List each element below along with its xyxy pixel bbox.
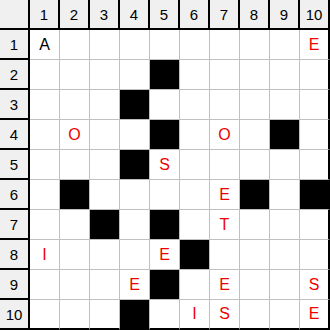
cell-r9-c7[interactable]: E xyxy=(210,270,240,300)
cell-r1-c5[interactable] xyxy=(150,30,180,60)
col-header-10: 10 xyxy=(300,0,330,30)
cell-r10-c7[interactable]: S xyxy=(210,300,240,330)
cell-r9-c8[interactable] xyxy=(240,270,270,300)
cell-r3-c3[interactable] xyxy=(90,90,120,120)
cell-r1-c2[interactable] xyxy=(60,30,90,60)
cell-r9-c6[interactable] xyxy=(180,270,210,300)
cell-r3-c2[interactable] xyxy=(60,90,90,120)
cell-r4-c3[interactable] xyxy=(90,120,120,150)
cell-r9-c10[interactable]: S xyxy=(300,270,330,300)
cell-r1-c7[interactable] xyxy=(210,30,240,60)
cell-r5-c6[interactable] xyxy=(180,150,210,180)
cell-r10-c9[interactable] xyxy=(270,300,300,330)
cell-r9-c5 xyxy=(150,270,180,300)
cell-r10-c8[interactable] xyxy=(240,300,270,330)
row-header-9: 9 xyxy=(0,270,30,300)
cell-r5-c5[interactable]: S xyxy=(150,150,180,180)
cell-r3-c8[interactable] xyxy=(240,90,270,120)
cell-r3-c6[interactable] xyxy=(180,90,210,120)
cell-r6-c2 xyxy=(60,180,90,210)
row-header-5: 5 xyxy=(0,150,30,180)
corner-cell xyxy=(0,0,30,30)
cell-r6-c4[interactable] xyxy=(120,180,150,210)
cell-r10-c2[interactable] xyxy=(60,300,90,330)
col-header-3: 3 xyxy=(90,0,120,30)
cell-r4-c6[interactable] xyxy=(180,120,210,150)
cell-r7-c8[interactable] xyxy=(240,210,270,240)
cell-r6-c6[interactable] xyxy=(180,180,210,210)
cell-r8-c2[interactable] xyxy=(60,240,90,270)
cell-r7-c10[interactable] xyxy=(300,210,330,240)
cell-r1-c8[interactable] xyxy=(240,30,270,60)
row-header-8: 8 xyxy=(0,240,30,270)
cell-r4-c8[interactable] xyxy=(240,120,270,150)
cell-r3-c10[interactable] xyxy=(300,90,330,120)
cell-r4-c2[interactable]: O xyxy=(60,120,90,150)
cell-r2-c5 xyxy=(150,60,180,90)
cell-r10-c3[interactable] xyxy=(90,300,120,330)
cell-r1-c3[interactable] xyxy=(90,30,120,60)
cell-r2-c4[interactable] xyxy=(120,60,150,90)
cell-r4-c5 xyxy=(150,120,180,150)
cell-r9-c9[interactable] xyxy=(270,270,300,300)
cell-r5-c7[interactable] xyxy=(210,150,240,180)
cell-r8-c3[interactable] xyxy=(90,240,120,270)
cell-r6-c3[interactable] xyxy=(90,180,120,210)
cell-r5-c3[interactable] xyxy=(90,150,120,180)
cell-r10-c5[interactable] xyxy=(150,300,180,330)
row-header-4: 4 xyxy=(0,120,30,150)
cell-r7-c1[interactable] xyxy=(30,210,60,240)
cell-r2-c3[interactable] xyxy=(90,60,120,90)
cell-r5-c2[interactable] xyxy=(60,150,90,180)
cell-r8-c4[interactable] xyxy=(120,240,150,270)
cell-r6-c10 xyxy=(300,180,330,210)
cell-r1-c9[interactable] xyxy=(270,30,300,60)
cell-r2-c1[interactable] xyxy=(30,60,60,90)
row-header-1: 1 xyxy=(0,30,30,60)
cell-r7-c3 xyxy=(90,210,120,240)
row-header-7: 7 xyxy=(0,210,30,240)
cell-r4-c10[interactable] xyxy=(300,120,330,150)
cell-r6-c1[interactable] xyxy=(30,180,60,210)
cell-r3-c4 xyxy=(120,90,150,120)
cell-r3-c7[interactable] xyxy=(210,90,240,120)
cell-r7-c2[interactable] xyxy=(60,210,90,240)
cell-r6-c8 xyxy=(240,180,270,210)
cell-r8-c6 xyxy=(180,240,210,270)
row-header-2: 2 xyxy=(0,60,30,90)
col-header-8: 8 xyxy=(240,0,270,30)
cell-r4-c4[interactable] xyxy=(120,120,150,150)
cell-r2-c6[interactable] xyxy=(180,60,210,90)
cell-r6-c5[interactable] xyxy=(150,180,180,210)
col-header-2: 2 xyxy=(60,0,90,30)
cell-r1-c6[interactable] xyxy=(180,30,210,60)
cell-r8-c9[interactable] xyxy=(270,240,300,270)
cell-r4-c1[interactable] xyxy=(30,120,60,150)
cell-r8-c1[interactable]: I xyxy=(30,240,60,270)
col-header-6: 6 xyxy=(180,0,210,30)
row-header-6: 6 xyxy=(0,180,30,210)
cell-r5-c1[interactable] xyxy=(30,150,60,180)
cell-r5-c8[interactable] xyxy=(240,150,270,180)
col-header-7: 7 xyxy=(210,0,240,30)
cell-r2-c8[interactable] xyxy=(240,60,270,90)
cell-r1-c1[interactable]: A xyxy=(30,30,60,60)
cell-r5-c4 xyxy=(120,150,150,180)
cell-r3-c5[interactable] xyxy=(150,90,180,120)
cell-r2-c10[interactable] xyxy=(300,60,330,90)
col-header-4: 4 xyxy=(120,0,150,30)
row-header-3: 3 xyxy=(0,90,30,120)
cell-r8-c8[interactable] xyxy=(240,240,270,270)
cell-r2-c7[interactable] xyxy=(210,60,240,90)
cell-r7-c4[interactable] xyxy=(120,210,150,240)
cell-r1-c4[interactable] xyxy=(120,30,150,60)
cell-r10-c6[interactable]: I xyxy=(180,300,210,330)
cell-r2-c2[interactable] xyxy=(60,60,90,90)
cell-r5-c10[interactable] xyxy=(300,150,330,180)
cell-r2-c9[interactable] xyxy=(270,60,300,90)
cell-r7-c7[interactable]: T xyxy=(210,210,240,240)
cell-r7-c9[interactable] xyxy=(270,210,300,240)
cell-r9-c1[interactable] xyxy=(30,270,60,300)
cell-r4-c9 xyxy=(270,120,300,150)
crossword-board: 123456789101AE234OO5S6E7T8IE9EES10ISE xyxy=(0,0,330,330)
col-header-9: 9 xyxy=(270,0,300,30)
cell-r9-c4[interactable]: E xyxy=(120,270,150,300)
row-header-10: 10 xyxy=(0,300,30,330)
col-header-5: 5 xyxy=(150,0,180,30)
col-header-1: 1 xyxy=(30,0,60,30)
cell-r10-c10[interactable]: E xyxy=(300,300,330,330)
cell-r3-c1[interactable] xyxy=(30,90,60,120)
cell-r8-c7[interactable] xyxy=(210,240,240,270)
cell-r5-c9[interactable] xyxy=(270,150,300,180)
cell-r7-c6[interactable] xyxy=(180,210,210,240)
cell-r10-c1[interactable] xyxy=(30,300,60,330)
cell-r6-c7[interactable]: E xyxy=(210,180,240,210)
cell-r9-c2[interactable] xyxy=(60,270,90,300)
cell-r6-c9[interactable] xyxy=(270,180,300,210)
cell-r4-c7[interactable]: O xyxy=(210,120,240,150)
cell-r8-c10[interactable] xyxy=(300,240,330,270)
cell-r9-c3[interactable] xyxy=(90,270,120,300)
cell-r10-c4 xyxy=(120,300,150,330)
cell-r3-c9[interactable] xyxy=(270,90,300,120)
cell-r7-c5 xyxy=(150,210,180,240)
cell-r8-c5[interactable]: E xyxy=(150,240,180,270)
cell-r1-c10[interactable]: E xyxy=(300,30,330,60)
